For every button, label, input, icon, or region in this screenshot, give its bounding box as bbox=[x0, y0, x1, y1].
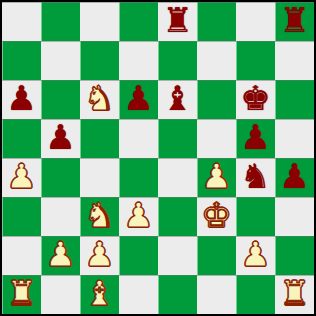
black-pawn[interactable]: ♟ bbox=[45, 118, 75, 157]
square-e6[interactable]: ♝ bbox=[158, 80, 197, 119]
square-g6[interactable]: ♚ bbox=[236, 80, 275, 119]
white-pawn[interactable]: ♟ bbox=[240, 235, 270, 274]
white-pawn[interactable]: ♟ bbox=[201, 157, 231, 196]
square-e7[interactable] bbox=[158, 41, 197, 80]
square-a6[interactable]: ♟ bbox=[2, 80, 41, 119]
square-f8[interactable] bbox=[197, 2, 236, 41]
black-pawn[interactable]: ♟ bbox=[123, 79, 153, 118]
square-d5[interactable] bbox=[119, 119, 158, 158]
white-knight[interactable]: ♞ bbox=[84, 196, 114, 235]
square-a3[interactable] bbox=[2, 197, 41, 236]
square-c4[interactable] bbox=[80, 158, 119, 197]
square-h5[interactable] bbox=[275, 119, 314, 158]
square-d7[interactable] bbox=[119, 41, 158, 80]
square-b6[interactable] bbox=[41, 80, 80, 119]
white-pawn[interactable]: ♟ bbox=[123, 196, 153, 235]
black-rook[interactable]: ♜ bbox=[162, 1, 192, 40]
white-pawn[interactable]: ♟ bbox=[6, 157, 36, 196]
square-b2[interactable]: ♟ bbox=[41, 236, 80, 275]
square-d8[interactable] bbox=[119, 2, 158, 41]
square-f1[interactable] bbox=[197, 275, 236, 314]
square-c3[interactable]: ♞ bbox=[80, 197, 119, 236]
white-pawn[interactable]: ♟ bbox=[45, 235, 75, 274]
black-pawn[interactable]: ♟ bbox=[240, 118, 270, 157]
square-b1[interactable] bbox=[41, 275, 80, 314]
square-a7[interactable] bbox=[2, 41, 41, 80]
square-d2[interactable] bbox=[119, 236, 158, 275]
white-rook[interactable]: ♜ bbox=[6, 274, 36, 313]
square-a8[interactable] bbox=[2, 2, 41, 41]
black-pawn[interactable]: ♟ bbox=[279, 157, 309, 196]
square-h3[interactable] bbox=[275, 197, 314, 236]
square-h8[interactable]: ♜ bbox=[275, 2, 314, 41]
square-e8[interactable]: ♜ bbox=[158, 2, 197, 41]
square-a4[interactable]: ♟ bbox=[2, 158, 41, 197]
square-b8[interactable] bbox=[41, 2, 80, 41]
square-a5[interactable] bbox=[2, 119, 41, 158]
square-c6[interactable]: ♞ bbox=[80, 80, 119, 119]
square-e1[interactable] bbox=[158, 275, 197, 314]
square-g5[interactable]: ♟ bbox=[236, 119, 275, 158]
white-knight[interactable]: ♞ bbox=[84, 79, 114, 118]
square-h6[interactable] bbox=[275, 80, 314, 119]
square-g3[interactable] bbox=[236, 197, 275, 236]
square-f2[interactable] bbox=[197, 236, 236, 275]
black-king[interactable]: ♚ bbox=[240, 79, 270, 118]
chess-app-window: ♜♜♟♞♟♝♚♟♟♟♟♞♟♞♟♚♟♟♟♜♝♜ bbox=[0, 0, 316, 316]
black-pawn[interactable]: ♟ bbox=[6, 79, 36, 118]
square-h4[interactable]: ♟ bbox=[275, 158, 314, 197]
square-f6[interactable] bbox=[197, 80, 236, 119]
white-rook[interactable]: ♜ bbox=[279, 274, 309, 313]
square-e5[interactable] bbox=[158, 119, 197, 158]
square-b4[interactable] bbox=[41, 158, 80, 197]
square-a1[interactable]: ♜ bbox=[2, 275, 41, 314]
square-g4[interactable]: ♞ bbox=[236, 158, 275, 197]
square-g7[interactable] bbox=[236, 41, 275, 80]
square-f3[interactable]: ♚ bbox=[197, 197, 236, 236]
black-bishop[interactable]: ♝ bbox=[162, 79, 192, 118]
square-g1[interactable] bbox=[236, 275, 275, 314]
square-h7[interactable] bbox=[275, 41, 314, 80]
square-d3[interactable]: ♟ bbox=[119, 197, 158, 236]
square-f4[interactable]: ♟ bbox=[197, 158, 236, 197]
square-b3[interactable] bbox=[41, 197, 80, 236]
square-c5[interactable] bbox=[80, 119, 119, 158]
square-c7[interactable] bbox=[80, 41, 119, 80]
square-a2[interactable] bbox=[2, 236, 41, 275]
white-king[interactable]: ♚ bbox=[201, 196, 231, 235]
chess-board: ♜♜♟♞♟♝♚♟♟♟♟♞♟♞♟♚♟♟♟♜♝♜ bbox=[0, 0, 316, 316]
square-c1[interactable]: ♝ bbox=[80, 275, 119, 314]
square-b7[interactable] bbox=[41, 41, 80, 80]
square-h1[interactable]: ♜ bbox=[275, 275, 314, 314]
square-e4[interactable] bbox=[158, 158, 197, 197]
square-d6[interactable]: ♟ bbox=[119, 80, 158, 119]
square-c2[interactable]: ♟ bbox=[80, 236, 119, 275]
square-d4[interactable] bbox=[119, 158, 158, 197]
square-g8[interactable] bbox=[236, 2, 275, 41]
square-e2[interactable] bbox=[158, 236, 197, 275]
square-h2[interactable] bbox=[275, 236, 314, 275]
white-pawn[interactable]: ♟ bbox=[84, 235, 114, 274]
square-f5[interactable] bbox=[197, 119, 236, 158]
square-d1[interactable] bbox=[119, 275, 158, 314]
square-e3[interactable] bbox=[158, 197, 197, 236]
square-b5[interactable]: ♟ bbox=[41, 119, 80, 158]
white-bishop[interactable]: ♝ bbox=[84, 274, 114, 313]
square-c8[interactable] bbox=[80, 2, 119, 41]
square-f7[interactable] bbox=[197, 41, 236, 80]
square-g2[interactable]: ♟ bbox=[236, 236, 275, 275]
black-knight[interactable]: ♞ bbox=[240, 157, 270, 196]
black-rook[interactable]: ♜ bbox=[279, 1, 309, 40]
